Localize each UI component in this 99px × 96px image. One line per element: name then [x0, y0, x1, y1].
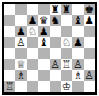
square-h6[interactable] [84, 26, 95, 37]
white-king-f1: ♔ [62, 81, 71, 91]
black-pawn-b6: ♟ [16, 26, 25, 36]
white-pawn-h2: ♙ [85, 70, 94, 80]
black-pawn-d6: ♟ [39, 26, 48, 36]
black-rook-f8: ♜ [62, 4, 71, 14]
black-pawn-g5: ♟ [73, 37, 82, 47]
square-a4[interactable] [4, 48, 15, 59]
square-c6[interactable]: ♘ [27, 26, 38, 37]
square-b2[interactable]: ♗ [15, 70, 26, 81]
square-c7[interactable]: ♟ [27, 15, 38, 26]
square-f8[interactable]: ♜ [61, 4, 72, 15]
square-f7[interactable] [61, 15, 72, 26]
square-g1[interactable] [72, 81, 83, 92]
square-a7[interactable] [4, 15, 15, 26]
square-d7[interactable]: ♛ [38, 15, 49, 26]
square-b1[interactable] [15, 81, 26, 92]
square-g6[interactable] [72, 26, 83, 37]
white-rook-a1: ♖ [5, 81, 14, 91]
square-e8[interactable]: ♜ [50, 4, 61, 15]
square-h3[interactable] [84, 59, 95, 70]
white-queen-b3: ♕ [16, 59, 25, 69]
square-f1[interactable]: ♔ [61, 81, 72, 92]
black-pawn-h7: ♟ [85, 15, 94, 25]
square-d5[interactable]: ♝ [38, 37, 49, 48]
square-g7[interactable]: ♝ [72, 15, 83, 26]
chess-board-frame: ♜♜♚♟♛♞♝♟♟♘♟♙♝♘♟♕♙♖♙♗♗♙♖♔ [2, 2, 97, 95]
square-d8[interactable] [38, 4, 49, 15]
square-c3[interactable] [27, 59, 38, 70]
square-h1[interactable] [84, 81, 95, 92]
square-e1[interactable] [50, 81, 61, 92]
square-e5[interactable] [50, 37, 61, 48]
square-c2[interactable] [27, 70, 38, 81]
white-rook-f3: ♖ [62, 59, 71, 69]
square-a8[interactable] [4, 4, 15, 15]
square-e2[interactable] [50, 70, 61, 81]
square-e7[interactable]: ♞ [50, 15, 61, 26]
square-f2[interactable] [61, 70, 72, 81]
square-h7[interactable]: ♟ [84, 15, 95, 26]
square-g4[interactable] [72, 48, 83, 59]
square-d3[interactable] [38, 59, 49, 70]
square-b8[interactable] [15, 4, 26, 15]
square-e3[interactable]: ♙ [50, 59, 61, 70]
square-f6[interactable] [61, 26, 72, 37]
square-a2[interactable] [4, 70, 15, 81]
square-h4[interactable] [84, 48, 95, 59]
square-b7[interactable] [15, 15, 26, 26]
black-bishop-d5: ♝ [39, 37, 48, 47]
square-c1[interactable] [27, 81, 38, 92]
square-d2[interactable] [38, 70, 49, 81]
square-h2[interactable]: ♙ [84, 70, 95, 81]
square-a5[interactable] [4, 37, 15, 48]
chess-board: ♜♜♚♟♛♞♝♟♟♘♟♙♝♘♟♕♙♖♙♗♗♙♖♔ [4, 4, 95, 92]
square-e6[interactable] [50, 26, 61, 37]
square-f3[interactable]: ♖ [61, 59, 72, 70]
white-knight-f5: ♘ [62, 37, 71, 47]
square-f4[interactable] [61, 48, 72, 59]
square-b6[interactable]: ♟ [15, 26, 26, 37]
square-b5[interactable]: ♙ [15, 37, 26, 48]
square-f5[interactable]: ♘ [61, 37, 72, 48]
square-g2[interactable]: ♗ [72, 70, 83, 81]
black-rook-e8: ♜ [50, 4, 59, 14]
black-king-h8: ♚ [85, 4, 94, 14]
square-c8[interactable] [27, 4, 38, 15]
square-g8[interactable] [72, 4, 83, 15]
black-knight-e7: ♞ [50, 15, 59, 25]
white-pawn-g3: ♙ [73, 59, 82, 69]
square-e4[interactable] [50, 48, 61, 59]
square-b4[interactable] [15, 48, 26, 59]
white-pawn-b5: ♙ [16, 37, 25, 47]
square-c5[interactable] [27, 37, 38, 48]
square-g5[interactable]: ♟ [72, 37, 83, 48]
white-knight-c6: ♘ [28, 26, 37, 36]
square-b3[interactable]: ♕ [15, 59, 26, 70]
white-pawn-e3: ♙ [50, 59, 59, 69]
white-bishop-g2: ♗ [73, 70, 82, 80]
square-g3[interactable]: ♙ [72, 59, 83, 70]
square-h8[interactable]: ♚ [84, 4, 95, 15]
black-bishop-g7: ♝ [73, 15, 82, 25]
square-d6[interactable]: ♟ [38, 26, 49, 37]
black-pawn-c7: ♟ [28, 15, 37, 25]
black-queen-d7: ♛ [39, 15, 48, 25]
square-a1[interactable]: ♖ [4, 81, 15, 92]
square-a3[interactable] [4, 59, 15, 70]
white-bishop-b2: ♗ [16, 70, 25, 80]
square-d1[interactable] [38, 81, 49, 92]
square-c4[interactable] [27, 48, 38, 59]
square-d4[interactable] [38, 48, 49, 59]
square-a6[interactable] [4, 26, 15, 37]
square-h5[interactable] [84, 37, 95, 48]
